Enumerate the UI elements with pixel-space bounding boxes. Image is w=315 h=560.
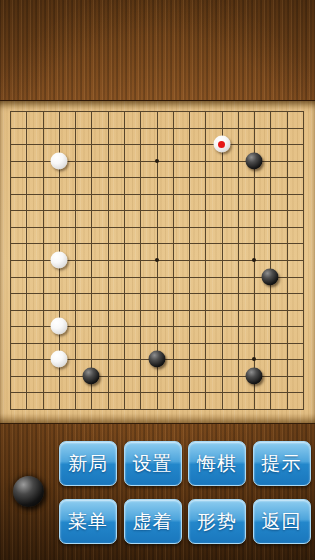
grid-line-horizontal: [10, 277, 304, 278]
grid-line-horizontal: [10, 293, 304, 294]
star-point: [252, 258, 256, 262]
menu-button[interactable]: 菜单: [59, 499, 117, 544]
stone-black: [246, 367, 263, 384]
grid-line-vertical: [173, 111, 174, 410]
turn-indicator-black-stone-icon: [13, 476, 44, 507]
stone-white: [213, 136, 230, 153]
hint-button[interactable]: 提示: [253, 441, 311, 486]
button-row-top: 新局 设置 悔棋 提示: [59, 441, 311, 486]
stone-white: [50, 351, 67, 368]
button-row-bottom: 菜单 虚着 形势 返回: [59, 499, 311, 544]
stone-white: [50, 318, 67, 335]
stone-black: [83, 367, 100, 384]
undo-button[interactable]: 悔棋: [188, 441, 246, 486]
stone-black: [148, 351, 165, 368]
settings-button[interactable]: 设置: [124, 441, 182, 486]
grid-line-vertical: [205, 111, 206, 410]
back-button[interactable]: 返回: [253, 499, 311, 544]
star-point: [155, 159, 159, 163]
pass-button[interactable]: 虚着: [124, 499, 182, 544]
grid-line-horizontal: [10, 310, 304, 311]
grid-line-vertical: [189, 111, 190, 410]
grid-line-vertical: [238, 111, 239, 410]
situation-button[interactable]: 形势: [188, 499, 246, 544]
grid-line-horizontal: [10, 392, 304, 393]
stone-black: [262, 268, 279, 285]
grid-line-vertical: [222, 111, 223, 410]
grid-line-vertical: [303, 111, 304, 410]
star-point: [252, 357, 256, 361]
stone-white: [50, 252, 67, 269]
go-app-screen: 新局 设置 悔棋 提示 菜单 虚着 形势 返回: [0, 0, 315, 560]
star-point: [155, 258, 159, 262]
board-grid[interactable]: [10, 111, 304, 410]
grid-line-horizontal: [10, 343, 304, 344]
go-board: [0, 100, 315, 424]
grid-line-vertical: [270, 111, 271, 410]
stone-black: [246, 152, 263, 169]
grid-line-horizontal: [10, 409, 304, 410]
new-game-button[interactable]: 新局: [59, 441, 117, 486]
stone-white: [50, 152, 67, 169]
grid-line-vertical: [287, 111, 288, 410]
last-move-marker: [218, 141, 225, 148]
